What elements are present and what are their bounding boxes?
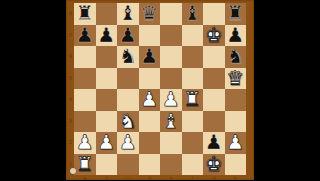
white-pawn[interactable]: ♟: [76, 132, 94, 154]
square-d8[interactable]: ♛: [139, 3, 161, 25]
square-c7[interactable]: ♟: [117, 25, 139, 47]
square-h7[interactable]: ♟: [225, 25, 247, 47]
chess-board[interactable]: ♜♝♛♝♜♟♟♟♚♟♞♟♞♛♟♟♜♞♝♟♟♟♟♟♜♚: [74, 3, 246, 175]
black-knight[interactable]: ♞: [226, 46, 244, 68]
rank-label-6: 6: [68, 54, 74, 59]
square-e4[interactable]: ♟: [160, 89, 182, 111]
black-bishop[interactable]: ♝: [119, 3, 137, 25]
white-rook[interactable]: ♜: [76, 154, 94, 176]
square-c6[interactable]: ♞: [117, 46, 139, 68]
white-pawn[interactable]: ♟: [140, 89, 158, 111]
square-e6[interactable]: [160, 46, 182, 68]
square-f3[interactable]: [182, 111, 204, 133]
square-a6[interactable]: [74, 46, 96, 68]
white-queen[interactable]: ♛: [226, 68, 244, 90]
black-king[interactable]: ♚: [205, 25, 223, 47]
file-label-a: a: [81, 176, 89, 181]
black-pawn[interactable]: ♟: [205, 132, 223, 154]
square-d2[interactable]: [139, 132, 161, 154]
black-rook[interactable]: ♜: [226, 3, 244, 25]
square-d1[interactable]: [139, 154, 161, 176]
rank-label-4: 4: [68, 97, 74, 102]
square-c4[interactable]: [117, 89, 139, 111]
white-pawn[interactable]: ♟: [162, 89, 180, 111]
square-b6[interactable]: [96, 46, 118, 68]
white-pawn[interactable]: ♟: [226, 132, 244, 154]
square-g2[interactable]: ♟: [203, 132, 225, 154]
square-h6[interactable]: ♞: [225, 46, 247, 68]
square-g5[interactable]: [203, 68, 225, 90]
rank-label-1: 1: [68, 162, 74, 167]
chess-board-frame: ♜♝♛♝♜♟♟♟♚♟♞♟♞♛♟♟♜♞♝♟♟♟♟♟♜♚ 87654321abcde…: [66, 0, 254, 180]
file-label-b: b: [103, 176, 111, 181]
rank-label-8: 8: [68, 11, 74, 16]
square-h8[interactable]: ♜: [225, 3, 247, 25]
white-bishop[interactable]: ♝: [162, 111, 180, 133]
square-g4[interactable]: [203, 89, 225, 111]
white-pawn[interactable]: ♟: [97, 132, 115, 154]
square-h5[interactable]: ♛: [225, 68, 247, 90]
square-f5[interactable]: [182, 68, 204, 90]
black-pawn[interactable]: ♟: [97, 25, 115, 47]
file-label-e: e: [167, 176, 175, 181]
file-label-h: h: [232, 176, 240, 181]
square-d3[interactable]: [139, 111, 161, 133]
black-knight[interactable]: ♞: [119, 46, 137, 68]
square-c8[interactable]: ♝: [117, 3, 139, 25]
letterbox-right: [254, 0, 320, 180]
square-d4[interactable]: ♟: [139, 89, 161, 111]
square-a3[interactable]: [74, 111, 96, 133]
square-f8[interactable]: ♝: [182, 3, 204, 25]
black-pawn[interactable]: ♟: [76, 25, 94, 47]
square-e3[interactable]: ♝: [160, 111, 182, 133]
square-e1[interactable]: [160, 154, 182, 176]
square-a2[interactable]: ♟: [74, 132, 96, 154]
square-c3[interactable]: ♞: [117, 111, 139, 133]
corner-dot: [70, 168, 76, 174]
square-a8[interactable]: ♜: [74, 3, 96, 25]
square-d7[interactable]: [139, 25, 161, 47]
square-e8[interactable]: [160, 3, 182, 25]
square-a7[interactable]: ♟: [74, 25, 96, 47]
square-g7[interactable]: ♚: [203, 25, 225, 47]
square-g6[interactable]: [203, 46, 225, 68]
rank-label-3: 3: [68, 119, 74, 124]
square-c1[interactable]: [117, 154, 139, 176]
square-b4[interactable]: [96, 89, 118, 111]
square-f4[interactable]: ♜: [182, 89, 204, 111]
square-f2[interactable]: [182, 132, 204, 154]
white-pawn[interactable]: ♟: [119, 132, 137, 154]
square-h3[interactable]: [225, 111, 247, 133]
square-h1[interactable]: [225, 154, 247, 176]
square-d6[interactable]: ♟: [139, 46, 161, 68]
black-pawn[interactable]: ♟: [226, 25, 244, 47]
square-f7[interactable]: [182, 25, 204, 47]
square-e7[interactable]: [160, 25, 182, 47]
square-b2[interactable]: ♟: [96, 132, 118, 154]
white-king[interactable]: ♚: [205, 154, 223, 176]
square-e2[interactable]: [160, 132, 182, 154]
black-pawn[interactable]: ♟: [119, 25, 137, 47]
white-rook[interactable]: ♜: [183, 89, 201, 111]
thumbnail-stage: ♜♝♛♝♜♟♟♟♚♟♞♟♞♛♟♟♜♞♝♟♟♟♟♟♜♚ 87654321abcde…: [0, 0, 320, 180]
rank-label-5: 5: [68, 76, 74, 81]
file-label-f: f: [189, 176, 197, 181]
letterbox-left: [0, 0, 66, 180]
square-a5[interactable]: [74, 68, 96, 90]
square-a1[interactable]: ♜: [74, 154, 96, 176]
square-c5[interactable]: [117, 68, 139, 90]
square-g1[interactable]: ♚: [203, 154, 225, 176]
square-b7[interactable]: ♟: [96, 25, 118, 47]
square-e5[interactable]: [160, 68, 182, 90]
square-g8[interactable]: [203, 3, 225, 25]
black-rook[interactable]: ♜: [76, 3, 94, 25]
white-knight[interactable]: ♞: [119, 111, 137, 133]
square-f1[interactable]: [182, 154, 204, 176]
square-b3[interactable]: [96, 111, 118, 133]
file-label-g: g: [210, 176, 218, 181]
square-b8[interactable]: [96, 3, 118, 25]
file-label-c: c: [124, 176, 132, 181]
square-g3[interactable]: [203, 111, 225, 133]
black-bishop[interactable]: ♝: [183, 3, 201, 25]
square-f6[interactable]: [182, 46, 204, 68]
square-b5[interactable]: [96, 68, 118, 90]
square-a4[interactable]: [74, 89, 96, 111]
black-queen[interactable]: ♛: [140, 3, 158, 25]
file-label-d: d: [146, 176, 154, 181]
rank-label-2: 2: [68, 140, 74, 145]
rank-label-7: 7: [68, 33, 74, 38]
black-pawn[interactable]: ♟: [140, 46, 158, 68]
square-c2[interactable]: ♟: [117, 132, 139, 154]
square-b1[interactable]: [96, 154, 118, 176]
square-h2[interactable]: ♟: [225, 132, 247, 154]
square-d5[interactable]: [139, 68, 161, 90]
square-h4[interactable]: [225, 89, 247, 111]
